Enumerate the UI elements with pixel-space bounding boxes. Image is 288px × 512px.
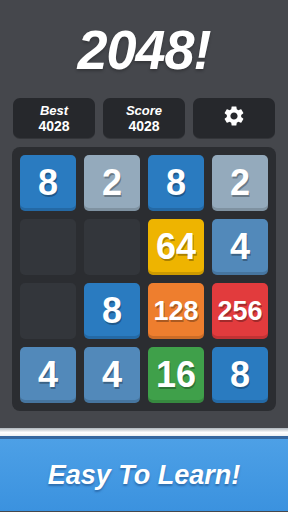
tile-2: 2 [212,155,268,211]
best-value: 4028 [38,118,69,134]
empty-cell [20,283,76,339]
banner-text: Easy To Learn! [48,460,241,491]
app-screen: 2048! Best 4028 Score 4028 8282644812825… [0,0,288,512]
tile-16: 16 [148,347,204,403]
banner-separator-light [0,428,288,436]
board[interactable]: 8282644812825644168 [12,147,276,411]
spacer [0,411,288,428]
tile-64: 64 [148,219,204,275]
tile-8: 8 [212,347,268,403]
best-label: Best [40,103,68,118]
tile-8: 8 [148,155,204,211]
tile-2: 2 [84,155,140,211]
score-value: 4028 [128,118,159,134]
tile-4: 4 [212,219,268,275]
header: 2048! [0,0,288,98]
tile-4: 4 [84,347,140,403]
app-title: 2048! [77,17,210,81]
tile-256: 256 [212,283,268,339]
best-score-box: Best 4028 [13,98,95,138]
tile-8: 8 [84,283,140,339]
empty-cell [20,219,76,275]
empty-cell [84,219,140,275]
gear-icon [222,104,246,132]
settings-button[interactable] [193,98,275,138]
hud-bar: Best 4028 Score 4028 [0,98,288,138]
tile-4: 4 [20,347,76,403]
score-box: Score 4028 [103,98,185,138]
score-label: Score [126,103,162,118]
tile-128: 128 [148,283,204,339]
tile-8: 8 [20,155,76,211]
bottom-banner[interactable]: Easy To Learn! [0,439,288,511]
